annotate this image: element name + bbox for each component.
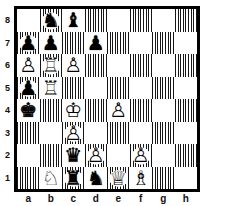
black-queen: ♛ — [62, 144, 85, 167]
square-e1: ♛♕ — [107, 167, 130, 190]
file-label-a: a — [17, 192, 40, 205]
square-b5: ♜♖ — [40, 77, 63, 100]
chess-board: ♞♝♟♟♟♟♙♜♖♟♙♟♜♖♚♚♔♟♙♟♙♛♟♙♟♙♞♘♜♞♛♕♝♗ — [14, 6, 200, 192]
square-f7 — [130, 32, 153, 55]
square-e8 — [107, 9, 130, 32]
white-rook: ♜♖ — [40, 54, 63, 77]
file-label-b: b — [40, 192, 63, 205]
white-pawn: ♟♙ — [17, 54, 40, 77]
white-knight: ♞♘ — [40, 167, 63, 190]
rank-label-7: 7 — [0, 32, 12, 55]
square-a3 — [17, 122, 40, 145]
square-a2 — [17, 144, 40, 167]
white-pawn: ♟♙ — [62, 54, 85, 77]
square-f6 — [130, 54, 153, 77]
file-label-f: f — [130, 192, 153, 205]
square-f4 — [130, 99, 153, 122]
square-e4: ♟♙ — [107, 99, 130, 122]
square-d2: ♟♙ — [85, 144, 108, 167]
square-g7 — [152, 32, 175, 55]
white-queen: ♛♕ — [107, 167, 130, 190]
rank-label-8: 8 — [0, 9, 12, 32]
black-knight: ♞ — [40, 9, 63, 32]
square-g6 — [152, 54, 175, 77]
white-rook: ♜♖ — [40, 77, 63, 100]
square-f3 — [130, 122, 153, 145]
square-h8 — [175, 9, 198, 32]
black-pawn: ♟ — [40, 32, 63, 55]
rank-label-4: 4 — [0, 99, 12, 122]
white-bishop: ♝♗ — [130, 167, 153, 190]
square-b6: ♜♖ — [40, 54, 63, 77]
black-rook: ♜ — [62, 167, 85, 190]
square-b4 — [40, 99, 63, 122]
square-a1 — [17, 167, 40, 190]
square-c3: ♟♙ — [62, 122, 85, 145]
square-a5: ♟ — [17, 77, 40, 100]
rank-label-2: 2 — [0, 144, 12, 167]
rank-label-5: 5 — [0, 77, 12, 100]
square-e7 — [107, 32, 130, 55]
white-pawn: ♟♙ — [62, 122, 85, 145]
file-labels: abcdefgh — [17, 192, 197, 205]
square-a8 — [17, 9, 40, 32]
square-b1: ♞♘ — [40, 167, 63, 190]
black-pawn: ♟ — [17, 32, 40, 55]
rank-label-3: 3 — [0, 122, 12, 145]
square-d3 — [85, 122, 108, 145]
square-f1: ♝♗ — [130, 167, 153, 190]
file-label-g: g — [152, 192, 175, 205]
square-a4: ♚ — [17, 99, 40, 122]
square-d4 — [85, 99, 108, 122]
file-label-d: d — [85, 192, 108, 205]
square-b3 — [40, 122, 63, 145]
square-e6 — [107, 54, 130, 77]
square-c7 — [62, 32, 85, 55]
square-g5 — [152, 77, 175, 100]
white-pawn: ♟♙ — [107, 99, 130, 122]
white-pawn: ♟♙ — [130, 144, 153, 167]
square-h2 — [175, 144, 198, 167]
square-g8 — [152, 9, 175, 32]
square-h7 — [175, 32, 198, 55]
black-knight: ♞ — [85, 167, 108, 190]
square-c1: ♜ — [62, 167, 85, 190]
black-bishop: ♝ — [62, 9, 85, 32]
square-b2 — [40, 144, 63, 167]
square-d1: ♞ — [85, 167, 108, 190]
square-f2: ♟♙ — [130, 144, 153, 167]
square-c5 — [62, 77, 85, 100]
square-h5 — [175, 77, 198, 100]
square-e2 — [107, 144, 130, 167]
square-g2 — [152, 144, 175, 167]
rank-labels: 87654321 — [0, 9, 12, 189]
square-h6 — [175, 54, 198, 77]
square-g3 — [152, 122, 175, 145]
square-b8: ♞ — [40, 9, 63, 32]
square-g1 — [152, 167, 175, 190]
rank-label-6: 6 — [0, 54, 12, 77]
square-h4 — [175, 99, 198, 122]
black-king: ♚ — [17, 99, 40, 122]
square-c6: ♟♙ — [62, 54, 85, 77]
square-a7: ♟ — [17, 32, 40, 55]
square-h1 — [175, 167, 198, 190]
square-f8 — [130, 9, 153, 32]
square-d7: ♟ — [85, 32, 108, 55]
chess-diagram: 87654321 ♞♝♟♟♟♟♙♜♖♟♙♟♜♖♚♚♔♟♙♟♙♛♟♙♟♙♞♘♜♞♛… — [0, 0, 231, 206]
file-label-c: c — [62, 192, 85, 205]
square-d6 — [85, 54, 108, 77]
square-e5 — [107, 77, 130, 100]
square-c4: ♚♔ — [62, 99, 85, 122]
square-c2: ♛ — [62, 144, 85, 167]
rank-label-1: 1 — [0, 167, 12, 190]
black-pawn: ♟ — [85, 32, 108, 55]
square-b7: ♟ — [40, 32, 63, 55]
square-d8 — [85, 9, 108, 32]
white-king: ♚♔ — [62, 99, 85, 122]
square-g4 — [152, 99, 175, 122]
square-e3 — [107, 122, 130, 145]
black-pawn: ♟ — [17, 77, 40, 100]
file-label-h: h — [175, 192, 198, 205]
white-pawn: ♟♙ — [85, 144, 108, 167]
file-label-e: e — [107, 192, 130, 205]
square-a6: ♟♙ — [17, 54, 40, 77]
square-h3 — [175, 122, 198, 145]
square-f5 — [130, 77, 153, 100]
square-d5 — [85, 77, 108, 100]
square-c8: ♝ — [62, 9, 85, 32]
